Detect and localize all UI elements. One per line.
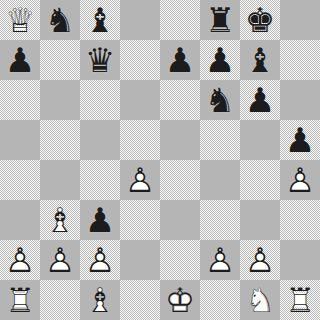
black-rook-icon[interactable]: ♜ xyxy=(200,0,240,40)
white-bishop-icon-outline: ♗ xyxy=(80,280,120,320)
white-pawn-icon[interactable]: ♟♙ xyxy=(40,240,80,280)
square-c5[interactable] xyxy=(80,120,120,160)
white-rook-icon[interactable]: ♜♖ xyxy=(280,280,320,320)
square-f5[interactable] xyxy=(200,120,240,160)
black-pawn-icon[interactable]: ♟ xyxy=(280,120,320,160)
black-bishop-icon[interactable]: ♝ xyxy=(240,40,280,80)
square-f3[interactable] xyxy=(200,200,240,240)
square-b1[interactable] xyxy=(40,280,80,320)
white-rook-icon-outline: ♖ xyxy=(280,280,320,320)
square-c2[interactable]: ♟♙ xyxy=(80,240,120,280)
square-h4[interactable]: ♟♙ xyxy=(280,160,320,200)
black-king-icon[interactable]: ♚ xyxy=(240,0,280,40)
square-b3[interactable]: ♝♗ xyxy=(40,200,80,240)
square-a3[interactable] xyxy=(0,200,40,240)
square-h8[interactable] xyxy=(280,0,320,40)
square-c6[interactable] xyxy=(80,80,120,120)
square-g3[interactable] xyxy=(240,200,280,240)
square-d5[interactable] xyxy=(120,120,160,160)
black-pawn-icon[interactable]: ♟ xyxy=(160,40,200,80)
square-d8[interactable] xyxy=(120,0,160,40)
square-h1[interactable]: ♜♖ xyxy=(280,280,320,320)
white-pawn-icon[interactable]: ♟♙ xyxy=(80,240,120,280)
white-pawn-icon-outline: ♙ xyxy=(80,240,120,280)
square-d1[interactable] xyxy=(120,280,160,320)
square-g2[interactable]: ♟♙ xyxy=(240,240,280,280)
black-queen-icon[interactable]: ♛ xyxy=(80,40,120,80)
square-f4[interactable] xyxy=(200,160,240,200)
white-pawn-icon-outline: ♙ xyxy=(200,240,240,280)
square-b4[interactable] xyxy=(40,160,80,200)
black-pawn-icon[interactable]: ♟ xyxy=(80,200,120,240)
square-g4[interactable] xyxy=(240,160,280,200)
chess-board: ♛♕♞♝♜♚♟♛♟♟♝♞♟♟♟♙♟♙♝♗♟♟♙♟♙♟♙♟♙♟♙♜♖♝♗♚♔♞♘♜… xyxy=(0,0,320,320)
white-pawn-icon-outline: ♙ xyxy=(280,160,320,200)
square-b6[interactable] xyxy=(40,80,80,120)
square-d3[interactable] xyxy=(120,200,160,240)
square-e6[interactable] xyxy=(160,80,200,120)
square-f6[interactable]: ♞ xyxy=(200,80,240,120)
square-e2[interactable] xyxy=(160,240,200,280)
square-b5[interactable] xyxy=(40,120,80,160)
square-c1[interactable]: ♝♗ xyxy=(80,280,120,320)
square-g1[interactable]: ♞♘ xyxy=(240,280,280,320)
square-c3[interactable]: ♟ xyxy=(80,200,120,240)
white-king-icon-outline: ♔ xyxy=(160,280,200,320)
square-g7[interactable]: ♝ xyxy=(240,40,280,80)
white-bishop-icon-outline: ♗ xyxy=(40,200,80,240)
white-king-icon[interactable]: ♚♔ xyxy=(160,280,200,320)
white-queen-icon[interactable]: ♛♕ xyxy=(0,0,40,40)
white-pawn-icon[interactable]: ♟♙ xyxy=(280,160,320,200)
square-g6[interactable]: ♟ xyxy=(240,80,280,120)
black-pawn-icon[interactable]: ♟ xyxy=(200,40,240,80)
black-knight-icon[interactable]: ♞ xyxy=(200,80,240,120)
square-e3[interactable] xyxy=(160,200,200,240)
square-d7[interactable] xyxy=(120,40,160,80)
white-rook-icon-outline: ♖ xyxy=(0,280,40,320)
square-e1[interactable]: ♚♔ xyxy=(160,280,200,320)
square-h3[interactable] xyxy=(280,200,320,240)
square-f8[interactable]: ♜ xyxy=(200,0,240,40)
square-a6[interactable] xyxy=(0,80,40,120)
white-pawn-icon-outline: ♙ xyxy=(240,240,280,280)
white-pawn-icon-outline: ♙ xyxy=(120,160,160,200)
square-c4[interactable] xyxy=(80,160,120,200)
black-bishop-icon[interactable]: ♝ xyxy=(80,0,120,40)
square-g8[interactable]: ♚ xyxy=(240,0,280,40)
square-f2[interactable]: ♟♙ xyxy=(200,240,240,280)
white-pawn-icon-outline: ♙ xyxy=(0,240,40,280)
square-d2[interactable] xyxy=(120,240,160,280)
black-pawn-icon[interactable]: ♟ xyxy=(0,40,40,80)
white-pawn-icon[interactable]: ♟♙ xyxy=(200,240,240,280)
square-d6[interactable] xyxy=(120,80,160,120)
square-b8[interactable]: ♞ xyxy=(40,0,80,40)
square-d4[interactable]: ♟♙ xyxy=(120,160,160,200)
square-a2[interactable]: ♟♙ xyxy=(0,240,40,280)
white-pawn-icon[interactable]: ♟♙ xyxy=(120,160,160,200)
white-pawn-icon[interactable]: ♟♙ xyxy=(0,240,40,280)
white-pawn-icon[interactable]: ♟♙ xyxy=(240,240,280,280)
square-e4[interactable] xyxy=(160,160,200,200)
white-knight-icon-outline: ♘ xyxy=(240,280,280,320)
square-b2[interactable]: ♟♙ xyxy=(40,240,80,280)
square-a8[interactable]: ♛♕ xyxy=(0,0,40,40)
square-e5[interactable] xyxy=(160,120,200,160)
white-pawn-icon-outline: ♙ xyxy=(40,240,80,280)
square-c8[interactable]: ♝ xyxy=(80,0,120,40)
square-a7[interactable]: ♟ xyxy=(0,40,40,80)
square-f1[interactable] xyxy=(200,280,240,320)
square-b7[interactable] xyxy=(40,40,80,80)
square-h6[interactable] xyxy=(280,80,320,120)
square-c7[interactable]: ♛ xyxy=(80,40,120,80)
square-f7[interactable]: ♟ xyxy=(200,40,240,80)
white-bishop-icon[interactable]: ♝♗ xyxy=(40,200,80,240)
white-knight-icon[interactable]: ♞♘ xyxy=(240,280,280,320)
black-pawn-icon[interactable]: ♟ xyxy=(240,80,280,120)
white-queen-icon-outline: ♕ xyxy=(0,0,40,40)
square-a1[interactable]: ♜♖ xyxy=(0,280,40,320)
square-g5[interactable] xyxy=(240,120,280,160)
square-h2[interactable] xyxy=(280,240,320,280)
black-knight-icon[interactable]: ♞ xyxy=(40,0,80,40)
square-h7[interactable] xyxy=(280,40,320,80)
square-h5[interactable]: ♟ xyxy=(280,120,320,160)
white-rook-icon[interactable]: ♜♖ xyxy=(0,280,40,320)
square-a4[interactable] xyxy=(0,160,40,200)
white-bishop-icon[interactable]: ♝♗ xyxy=(80,280,120,320)
square-e7[interactable]: ♟ xyxy=(160,40,200,80)
square-a5[interactable] xyxy=(0,120,40,160)
square-e8[interactable] xyxy=(160,0,200,40)
